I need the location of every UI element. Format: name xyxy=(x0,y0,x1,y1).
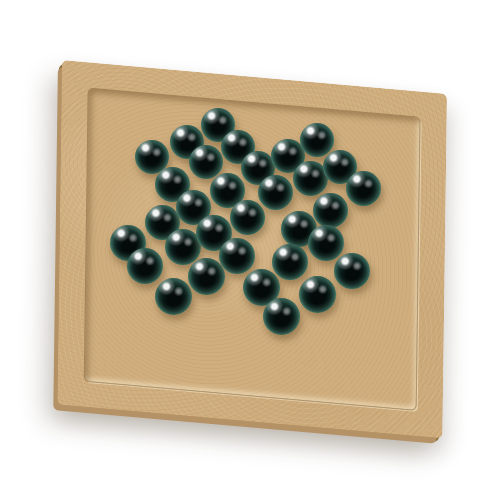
marble-r7c4[interactable] xyxy=(299,276,336,313)
marble-r5c3[interactable] xyxy=(219,238,255,274)
marble-r3c7[interactable] xyxy=(300,123,334,157)
solitaire-photo-scene xyxy=(0,0,500,500)
marble-r7c5[interactable] xyxy=(334,253,370,289)
empty-hole-r5c4[interactable] xyxy=(253,223,287,257)
marble-r7c3[interactable] xyxy=(263,298,300,335)
marble-r6c5[interactable] xyxy=(308,225,344,261)
marble-layer xyxy=(0,0,500,500)
marble-r5c1[interactable] xyxy=(155,278,192,315)
marble-r4c5[interactable] xyxy=(258,175,293,210)
marble-r2c4[interactable] xyxy=(189,145,223,179)
marble-r5c6[interactable] xyxy=(313,193,348,228)
marble-r4c1[interactable] xyxy=(127,248,163,284)
marble-r5c2[interactable] xyxy=(188,258,225,295)
marble-r5c7[interactable] xyxy=(346,171,381,206)
